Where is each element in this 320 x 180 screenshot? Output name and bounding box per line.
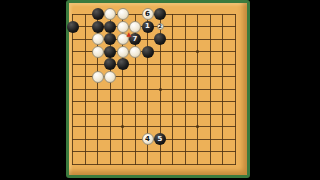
screenshot-stage: 612745▲ bbox=[0, 0, 320, 180]
goban-board[interactable] bbox=[69, 3, 247, 175]
